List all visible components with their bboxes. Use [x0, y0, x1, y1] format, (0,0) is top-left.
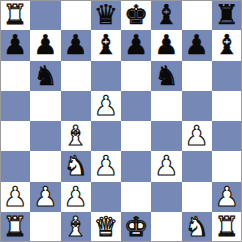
square-b5[interactable]: [30, 91, 60, 121]
square-h1[interactable]: ♜: [212, 212, 242, 242]
piece-black-pawn[interactable]: ♟: [154, 30, 178, 60]
square-e5[interactable]: [121, 91, 151, 121]
square-d1[interactable]: ♛: [91, 212, 121, 242]
piece-black-knight[interactable]: ♞: [33, 61, 57, 91]
square-d7[interactable]: ♝: [91, 30, 121, 60]
square-h7[interactable]: ♝: [212, 30, 242, 60]
square-g1[interactable]: ♞: [182, 212, 212, 242]
square-e2[interactable]: [121, 182, 151, 212]
square-f6[interactable]: ♞: [151, 61, 181, 91]
piece-black-knight[interactable]: ♞: [154, 61, 178, 91]
square-f2[interactable]: [151, 182, 181, 212]
piece-white-pawn[interactable]: ♟: [3, 182, 27, 212]
square-a8[interactable]: ♜: [0, 0, 30, 30]
square-b2[interactable]: ♟: [30, 182, 60, 212]
piece-black-pawn[interactable]: ♟: [33, 30, 57, 60]
square-c8[interactable]: [61, 0, 91, 30]
square-e4[interactable]: [121, 121, 151, 151]
square-g4[interactable]: ♟: [182, 121, 212, 151]
piece-white-pawn[interactable]: ♟: [94, 91, 118, 121]
square-b8[interactable]: [30, 0, 60, 30]
square-c1[interactable]: ♝: [61, 212, 91, 242]
piece-black-rook[interactable]: ♜: [215, 0, 239, 30]
piece-white-queen[interactable]: ♛: [94, 212, 118, 242]
chess-board: ♜♛♚♝♜♟♟♟♝♟♟♟♝♞♞♟♝♟♞♟♟♟♟♟♟♜♝♛♚♞♜: [0, 0, 242, 242]
square-d5[interactable]: ♟: [91, 91, 121, 121]
square-b4[interactable]: [30, 121, 60, 151]
piece-white-pawn[interactable]: ♟: [215, 182, 239, 212]
square-d8[interactable]: ♛: [91, 0, 121, 30]
square-e7[interactable]: ♟: [121, 30, 151, 60]
chess-board-container: ♜♛♚♝♜♟♟♟♝♟♟♟♝♞♞♟♝♟♞♟♟♟♟♟♟♜♝♛♚♞♜: [0, 0, 242, 242]
square-a4[interactable]: [0, 121, 30, 151]
square-b1[interactable]: [30, 212, 60, 242]
piece-white-pawn[interactable]: ♟: [64, 182, 88, 212]
piece-white-pawn[interactable]: ♟: [185, 121, 209, 151]
piece-black-pawn[interactable]: ♟: [124, 30, 148, 60]
square-b3[interactable]: [30, 151, 60, 181]
square-c6[interactable]: [61, 61, 91, 91]
piece-black-queen[interactable]: ♛: [94, 0, 118, 30]
piece-white-rook[interactable]: ♜: [215, 212, 239, 242]
square-a5[interactable]: [0, 91, 30, 121]
square-f7[interactable]: ♟: [151, 30, 181, 60]
square-d3[interactable]: ♟: [91, 151, 121, 181]
square-a6[interactable]: [0, 61, 30, 91]
piece-black-pawn[interactable]: ♟: [64, 30, 88, 60]
piece-white-rook[interactable]: ♜: [3, 212, 27, 242]
piece-white-bishop[interactable]: ♝: [64, 121, 88, 151]
piece-white-knight[interactable]: ♞: [185, 212, 209, 242]
square-h8[interactable]: ♜: [212, 0, 242, 30]
piece-black-pawn[interactable]: ♟: [185, 30, 209, 60]
square-b7[interactable]: ♟: [30, 30, 60, 60]
square-d2[interactable]: [91, 182, 121, 212]
square-c3[interactable]: ♞: [61, 151, 91, 181]
square-d6[interactable]: [91, 61, 121, 91]
square-h6[interactable]: [212, 61, 242, 91]
square-c2[interactable]: ♟: [61, 182, 91, 212]
square-e6[interactable]: [121, 61, 151, 91]
piece-black-king[interactable]: ♚: [124, 0, 148, 30]
square-a3[interactable]: [0, 151, 30, 181]
square-f5[interactable]: [151, 91, 181, 121]
square-g2[interactable]: [182, 182, 212, 212]
square-h5[interactable]: [212, 91, 242, 121]
piece-white-knight[interactable]: ♞: [64, 151, 88, 181]
piece-black-bishop[interactable]: ♝: [94, 30, 118, 60]
square-c5[interactable]: [61, 91, 91, 121]
square-g3[interactable]: [182, 151, 212, 181]
piece-white-pawn[interactable]: ♟: [33, 182, 57, 212]
piece-black-pawn[interactable]: ♟: [3, 30, 27, 60]
piece-white-pawn[interactable]: ♟: [154, 151, 178, 181]
square-d4[interactable]: [91, 121, 121, 151]
piece-black-bishop[interactable]: ♝: [154, 0, 178, 30]
piece-white-rook[interactable]: ♜: [3, 0, 27, 30]
square-f4[interactable]: [151, 121, 181, 151]
square-h3[interactable]: [212, 151, 242, 181]
square-h4[interactable]: [212, 121, 242, 151]
square-g7[interactable]: ♟: [182, 30, 212, 60]
square-g5[interactable]: [182, 91, 212, 121]
square-e8[interactable]: ♚: [121, 0, 151, 30]
square-c7[interactable]: ♟: [61, 30, 91, 60]
square-h2[interactable]: ♟: [212, 182, 242, 212]
square-f3[interactable]: ♟: [151, 151, 181, 181]
piece-white-pawn[interactable]: ♟: [94, 151, 118, 181]
square-g6[interactable]: [182, 61, 212, 91]
piece-white-bishop[interactable]: ♝: [64, 212, 88, 242]
square-g8[interactable]: [182, 0, 212, 30]
piece-black-bishop[interactable]: ♝: [215, 30, 239, 60]
square-e3[interactable]: [121, 151, 151, 181]
piece-white-king[interactable]: ♚: [124, 212, 148, 242]
square-e1[interactable]: ♚: [121, 212, 151, 242]
square-f8[interactable]: ♝: [151, 0, 181, 30]
square-a7[interactable]: ♟: [0, 30, 30, 60]
square-c4[interactable]: ♝: [61, 121, 91, 151]
square-a2[interactable]: ♟: [0, 182, 30, 212]
square-b6[interactable]: ♞: [30, 61, 60, 91]
square-a1[interactable]: ♜: [0, 212, 30, 242]
square-f1[interactable]: [151, 212, 181, 242]
